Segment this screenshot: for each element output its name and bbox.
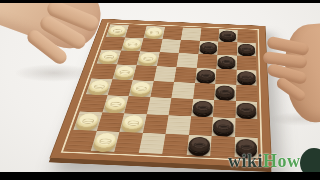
photo-checkers-setup: ⛀⛀⛂⛀⛂⛂⛀⛀⛂⛀⛂⛂⛀⛀⛂⛀⛂⛂⛀⛀⛂⛀⛂⛂ wikiHow — [0, 0, 320, 180]
piece-dark-man: ⛂ — [236, 102, 256, 117]
piece-dark-man: ⛂ — [188, 137, 211, 154]
square-r1c4 — [162, 27, 183, 40]
square-r3c8 — [236, 56, 256, 71]
piece-light-man: ⛀ — [121, 115, 145, 131]
piece-dark-man: ⛂ — [213, 119, 234, 135]
square-r3c6 — [196, 54, 217, 69]
square-r5c5 — [171, 82, 194, 99]
piece-light-man: ⛀ — [92, 133, 118, 150]
piece-dark-man: ⛂ — [192, 101, 213, 116]
letterbox-bottom — [0, 172, 320, 180]
piece-light-man: ⛀ — [130, 82, 152, 96]
square-r3c5 — [176, 53, 198, 68]
square-r6c7 — [213, 100, 236, 118]
square-r8c4 — [138, 133, 165, 154]
piece-dark-man: ⛂ — [238, 44, 255, 55]
square-r5c4 — [150, 81, 174, 98]
player-hand-left — [0, 0, 120, 105]
square-r2c4 — [159, 39, 180, 53]
square-r7c8 — [235, 118, 258, 138]
square-r7c7: ⛂ — [212, 117, 236, 137]
square-r4c6: ⛂ — [195, 68, 217, 84]
piece-dark-man: ⛂ — [217, 56, 235, 68]
piece-light-man: ⛀ — [145, 27, 164, 37]
piece-dark-man: ⛂ — [215, 85, 235, 99]
square-r6c5 — [169, 98, 193, 116]
square-r5c6 — [193, 83, 216, 100]
square-r1c5 — [181, 28, 201, 41]
square-r6c4 — [146, 97, 171, 115]
square-r6c6: ⛂ — [191, 99, 214, 117]
letterbox-top — [0, 0, 320, 3]
square-r1c6 — [200, 28, 220, 41]
square-r4c5 — [174, 67, 196, 83]
square-r3c7: ⛂ — [216, 55, 236, 70]
piece-dark-man: ⛂ — [196, 69, 215, 82]
square-r7c5 — [166, 115, 191, 135]
hand-shadow — [14, 64, 94, 82]
watermark-wiki: wiki — [228, 151, 263, 171]
piece-dark-man: ⛂ — [219, 30, 236, 41]
square-r8c5 — [162, 134, 188, 155]
piece-light-man: ⛀ — [122, 39, 142, 50]
square-r1c7: ⛂ — [218, 29, 237, 42]
square-r5c7: ⛂ — [214, 84, 236, 101]
square-r4c8: ⛂ — [236, 70, 257, 86]
square-r7c4 — [142, 114, 168, 134]
wikihow-watermark: wikiHow — [228, 151, 301, 172]
square-r2c5 — [179, 40, 200, 54]
square-r8c6: ⛂ — [186, 135, 211, 156]
square-r3c4 — [156, 52, 178, 67]
square-r5c8 — [236, 85, 257, 102]
square-r7c6 — [189, 116, 213, 136]
watermark-how: How — [263, 151, 301, 171]
square-r2c6: ⛂ — [198, 41, 218, 55]
piece-dark-man: ⛂ — [199, 42, 217, 53]
square-r6c8: ⛂ — [235, 101, 257, 119]
piece-light-man: ⛀ — [138, 53, 158, 65]
piece-dark-man: ⛂ — [237, 71, 256, 84]
square-r1c8 — [237, 30, 256, 43]
square-r2c7 — [217, 42, 237, 56]
square-r2c8: ⛂ — [237, 42, 256, 56]
player-hand-right — [272, 26, 320, 128]
square-r4c4 — [153, 66, 176, 82]
square-r4c7 — [215, 69, 236, 85]
